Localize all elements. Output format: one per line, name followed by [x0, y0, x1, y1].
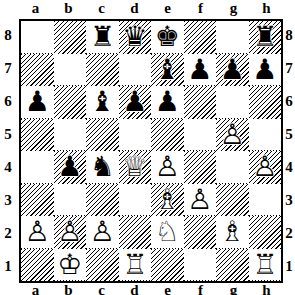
white-knight-piece: ♘ [151, 216, 184, 249]
square-d1[interactable]: ♜♖ [119, 249, 152, 282]
square-a8[interactable] [21, 21, 54, 54]
square-b7[interactable] [54, 54, 87, 87]
file-labels-bottom: abcdefgh [19, 282, 283, 295]
square-c3[interactable] [86, 184, 119, 217]
square-f2[interactable] [184, 216, 217, 249]
square-c7[interactable] [86, 54, 119, 87]
square-a1[interactable] [21, 249, 54, 282]
rank-label-left-4: 4 [0, 151, 16, 184]
chess-diagram: abcdefgh 87654321 ♜♛♚♜♝♟♟♟♟♝♟♟♟♙♟♞♛♕♟♙♟♙… [0, 0, 295, 295]
white-pawn-piece: ♙ [216, 119, 249, 152]
white-pawn-piece: ♙ [249, 151, 282, 184]
square-g5[interactable]: ♟♙ [216, 119, 249, 152]
square-c1[interactable] [86, 249, 119, 282]
file-label-top-a: a [19, 0, 52, 18]
square-b2[interactable]: ♟♙ [54, 216, 87, 249]
white-rook-piece: ♖ [119, 249, 152, 282]
square-f4[interactable] [184, 151, 217, 184]
square-a4[interactable] [21, 151, 54, 184]
square-e1[interactable] [151, 249, 184, 282]
white-pawn-piece: ♙ [21, 216, 54, 249]
rank-labels-right: 87654321 [283, 19, 295, 283]
square-f1[interactable] [184, 249, 217, 282]
rank-label-right-8: 8 [283, 19, 295, 52]
black-knight-piece: ♞ [86, 151, 119, 184]
black-pawn-piece: ♟ [249, 54, 282, 87]
black-pawn-piece: ♟ [151, 86, 184, 119]
file-label-top-h: h [250, 0, 283, 18]
square-a3[interactable] [21, 184, 54, 217]
square-h2[interactable] [249, 216, 282, 249]
black-pawn-piece: ♟ [21, 86, 54, 119]
square-e6[interactable]: ♟ [151, 86, 184, 119]
file-label-bottom-e: e [151, 282, 184, 295]
square-f6[interactable] [184, 86, 217, 119]
white-rook-piece-fill: ♜ [119, 249, 152, 282]
square-f8[interactable] [184, 21, 217, 54]
square-e2[interactable]: ♞♘ [151, 216, 184, 249]
file-label-top-d: d [118, 0, 151, 18]
white-king-piece-fill: ♚ [54, 249, 87, 282]
square-b8[interactable] [54, 21, 87, 54]
white-pawn-piece-fill: ♟ [151, 151, 184, 184]
rank-label-right-6: 6 [283, 85, 295, 118]
square-a7[interactable] [21, 54, 54, 87]
white-pawn-piece-fill: ♟ [54, 216, 87, 249]
square-d2[interactable] [119, 216, 152, 249]
white-pawn-piece: ♙ [151, 151, 184, 184]
white-pawn-piece: ♙ [184, 184, 217, 217]
white-queen-piece-fill: ♛ [119, 151, 152, 184]
square-d6[interactable]: ♟ [119, 86, 152, 119]
white-pawn-piece-fill: ♟ [249, 151, 282, 184]
square-f7[interactable]: ♟ [184, 54, 217, 87]
rank-label-right-7: 7 [283, 52, 295, 85]
white-rook-piece: ♖ [249, 249, 282, 282]
black-bishop-piece: ♝ [151, 54, 184, 87]
square-a2[interactable]: ♟♙ [21, 216, 54, 249]
square-h7[interactable]: ♟ [249, 54, 282, 87]
square-e7[interactable]: ♝ [151, 54, 184, 87]
square-d4[interactable]: ♛♕ [119, 151, 152, 184]
file-label-bottom-h: h [250, 282, 283, 295]
rank-label-right-5: 5 [283, 118, 295, 151]
black-king-piece: ♚ [151, 21, 184, 54]
white-pawn-piece: ♙ [86, 216, 119, 249]
file-label-bottom-c: c [85, 282, 118, 295]
white-pawn-piece-fill: ♟ [184, 184, 217, 217]
square-b4[interactable]: ♟ [54, 151, 87, 184]
black-pawn-piece: ♟ [119, 86, 152, 119]
white-pawn-piece-fill: ♟ [86, 216, 119, 249]
square-e3[interactable]: ♝♗ [151, 184, 184, 217]
white-bishop-piece: ♗ [216, 216, 249, 249]
black-bishop-piece: ♝ [86, 86, 119, 119]
file-label-bottom-d: d [118, 282, 151, 295]
square-g2[interactable]: ♝♗ [216, 216, 249, 249]
square-h1[interactable]: ♜♖ [249, 249, 282, 282]
square-c8[interactable]: ♜ [86, 21, 119, 54]
file-label-bottom-g: g [217, 282, 250, 295]
rank-label-right-4: 4 [283, 151, 295, 184]
square-g4[interactable] [216, 151, 249, 184]
rank-label-left-1: 1 [0, 250, 16, 283]
square-c6[interactable]: ♝ [86, 86, 119, 119]
rank-label-left-2: 2 [0, 217, 16, 250]
rank-label-right-2: 2 [283, 217, 295, 250]
square-h4[interactable]: ♟♙ [249, 151, 282, 184]
white-rook-piece-fill: ♜ [249, 249, 282, 282]
square-d7[interactable] [119, 54, 152, 87]
white-bishop-piece: ♗ [151, 184, 184, 217]
rank-labels-left: 87654321 [0, 19, 16, 283]
square-b3[interactable] [54, 184, 87, 217]
rank-label-left-8: 8 [0, 19, 16, 52]
black-rook-piece: ♜ [86, 21, 119, 54]
square-d3[interactable] [119, 184, 152, 217]
rank-label-left-6: 6 [0, 85, 16, 118]
square-g8[interactable] [216, 21, 249, 54]
square-e4[interactable]: ♟♙ [151, 151, 184, 184]
black-pawn-piece: ♟ [54, 151, 87, 184]
file-labels-top: abcdefgh [19, 0, 283, 18]
white-bishop-piece-fill: ♝ [151, 184, 184, 217]
square-e5[interactable] [151, 119, 184, 152]
rank-label-left-7: 7 [0, 52, 16, 85]
square-c5[interactable] [86, 119, 119, 152]
square-c2[interactable]: ♟♙ [86, 216, 119, 249]
square-b6[interactable] [54, 86, 87, 119]
square-b1[interactable]: ♚♔ [54, 249, 87, 282]
file-label-top-g: g [217, 0, 250, 18]
file-label-bottom-b: b [52, 282, 85, 295]
square-h8[interactable]: ♜ [249, 21, 282, 54]
square-c4[interactable]: ♞ [86, 151, 119, 184]
square-b5[interactable] [54, 119, 87, 152]
rank-label-left-3: 3 [0, 184, 16, 217]
file-label-top-c: c [85, 0, 118, 18]
black-rook-piece: ♜ [249, 21, 282, 54]
square-a5[interactable] [21, 119, 54, 152]
square-g7[interactable]: ♟ [216, 54, 249, 87]
black-pawn-piece: ♟ [184, 54, 217, 87]
square-g3[interactable] [216, 184, 249, 217]
file-label-bottom-a: a [19, 282, 52, 295]
white-knight-piece-fill: ♞ [151, 216, 184, 249]
square-g1[interactable] [216, 249, 249, 282]
square-h3[interactable] [249, 184, 282, 217]
file-label-top-f: f [184, 0, 217, 18]
chess-board: ♜♛♚♜♝♟♟♟♟♝♟♟♟♙♟♞♛♕♟♙♟♙♝♗♟♙♟♙♟♙♟♙♞♘♝♗♚♔♜♖… [19, 19, 283, 283]
rank-label-left-5: 5 [0, 118, 16, 151]
square-d8[interactable]: ♛ [119, 21, 152, 54]
square-a6[interactable]: ♟ [21, 86, 54, 119]
black-pawn-piece: ♟ [216, 54, 249, 87]
white-queen-piece: ♕ [119, 151, 152, 184]
square-f3[interactable]: ♟♙ [184, 184, 217, 217]
square-f5[interactable] [184, 119, 217, 152]
white-pawn-piece: ♙ [54, 216, 87, 249]
white-king-piece: ♔ [54, 249, 87, 282]
file-label-top-b: b [52, 0, 85, 18]
white-pawn-piece-fill: ♟ [21, 216, 54, 249]
square-g6[interactable] [216, 86, 249, 119]
square-h5[interactable] [249, 119, 282, 152]
rank-label-right-3: 3 [283, 184, 295, 217]
white-pawn-piece-fill: ♟ [216, 119, 249, 152]
black-queen-piece: ♛ [119, 21, 152, 54]
square-h6[interactable] [249, 86, 282, 119]
file-label-bottom-f: f [184, 282, 217, 295]
white-bishop-piece-fill: ♝ [216, 216, 249, 249]
rank-label-right-1: 1 [283, 250, 295, 283]
file-label-top-e: e [151, 0, 184, 18]
square-d5[interactable] [119, 119, 152, 152]
square-e8[interactable]: ♚ [151, 21, 184, 54]
